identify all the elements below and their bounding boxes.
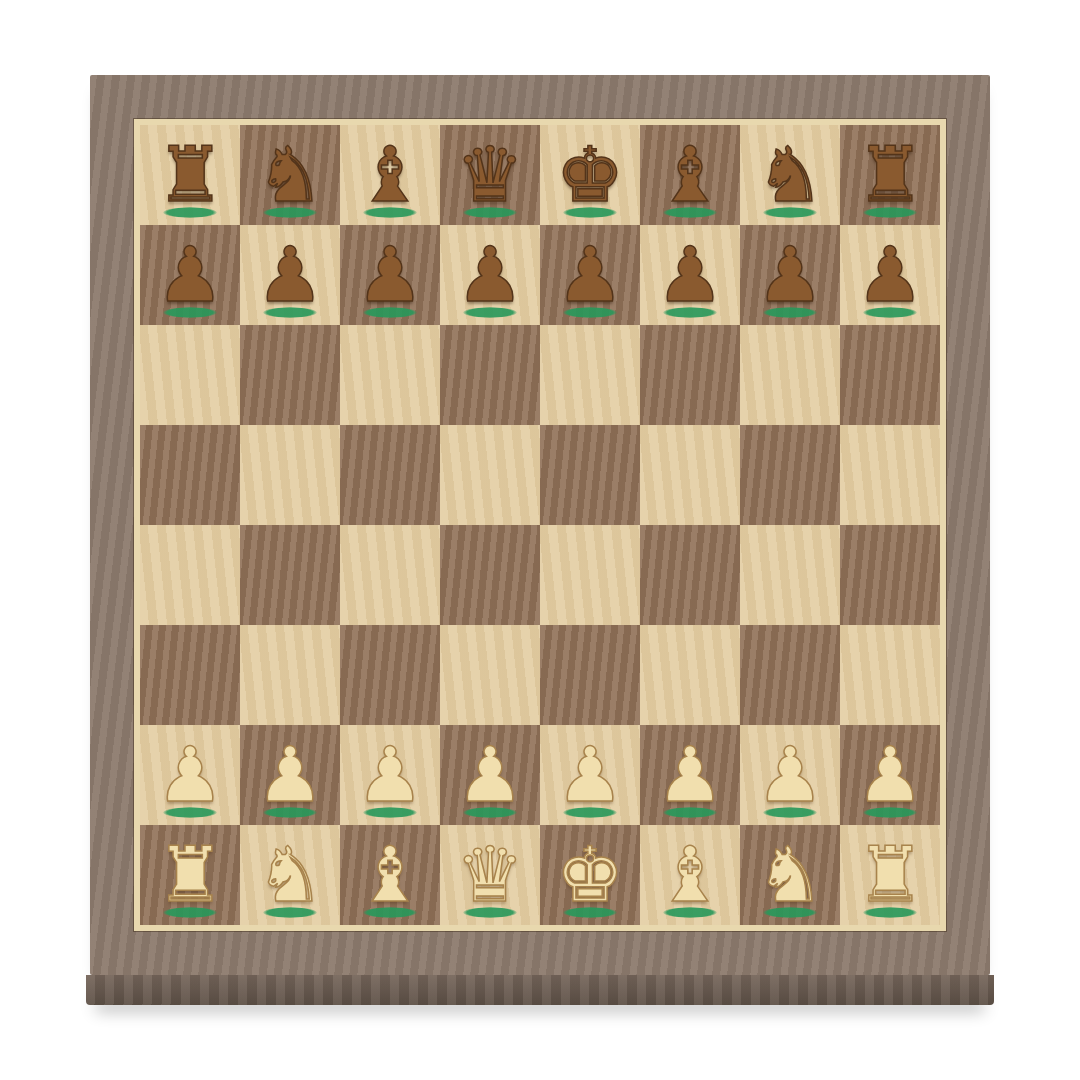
square-g7: ♟ — [740, 225, 840, 325]
square-b7: ♟ — [240, 225, 340, 325]
square-e7: ♟ — [540, 225, 640, 325]
square-a2: ♟ — [140, 725, 240, 825]
square-e6 — [540, 325, 640, 425]
square-c2: ♟ — [340, 725, 440, 825]
square-g5 — [740, 425, 840, 525]
square-b4 — [240, 525, 340, 625]
black-rook-icon: ♜ — [140, 125, 240, 225]
piece-glyph: ♟ — [856, 237, 924, 313]
square-c8: ♝ — [340, 125, 440, 225]
piece-glyph: ♞ — [756, 137, 824, 213]
board-inlay-border: ♜♞♝♛♚♝♞♜♟♟♟♟♟♟♟♟♟♟♟♟♟♟♟♟♜♞♝♛♚♝♞♜ — [134, 119, 946, 931]
square-a7: ♟ — [140, 225, 240, 325]
chess-board: ♜♞♝♛♚♝♞♜♟♟♟♟♟♟♟♟♟♟♟♟♟♟♟♟♜♞♝♛♚♝♞♜ — [140, 125, 940, 925]
white-pawn-icon: ♟ — [540, 725, 640, 825]
piece-glyph: ♜ — [156, 837, 224, 913]
piece-glyph: ♝ — [656, 837, 724, 913]
square-f7: ♟ — [640, 225, 740, 325]
black-pawn-icon: ♟ — [340, 225, 440, 325]
white-pawn-icon: ♟ — [640, 725, 740, 825]
square-g8: ♞ — [740, 125, 840, 225]
square-d8: ♛ — [440, 125, 540, 225]
square-g2: ♟ — [740, 725, 840, 825]
square-g4 — [740, 525, 840, 625]
square-a8: ♜ — [140, 125, 240, 225]
square-f8: ♝ — [640, 125, 740, 225]
black-pawn-icon: ♟ — [740, 225, 840, 325]
piece-glyph: ♟ — [656, 737, 724, 813]
white-pawn-icon: ♟ — [740, 725, 840, 825]
piece-glyph: ♟ — [756, 737, 824, 813]
square-f3 — [640, 625, 740, 725]
piece-glyph: ♞ — [756, 837, 824, 913]
white-pawn-icon: ♟ — [240, 725, 340, 825]
white-bishop-icon: ♝ — [640, 825, 740, 925]
square-c7: ♟ — [340, 225, 440, 325]
black-pawn-icon: ♟ — [440, 225, 540, 325]
piece-glyph: ♚ — [556, 137, 624, 213]
square-h2: ♟ — [840, 725, 940, 825]
square-h3 — [840, 625, 940, 725]
piece-glyph: ♟ — [656, 237, 724, 313]
piece-glyph: ♟ — [556, 237, 624, 313]
white-rook-icon: ♜ — [140, 825, 240, 925]
square-d1: ♛ — [440, 825, 540, 925]
square-f2: ♟ — [640, 725, 740, 825]
piece-glyph: ♜ — [856, 137, 924, 213]
square-b1: ♞ — [240, 825, 340, 925]
piece-glyph: ♟ — [456, 737, 524, 813]
black-queen-icon: ♛ — [440, 125, 540, 225]
square-h7: ♟ — [840, 225, 940, 325]
piece-glyph: ♟ — [356, 237, 424, 313]
square-a3 — [140, 625, 240, 725]
black-bishop-icon: ♝ — [640, 125, 740, 225]
square-f4 — [640, 525, 740, 625]
black-knight-icon: ♞ — [240, 125, 340, 225]
square-e1: ♚ — [540, 825, 640, 925]
square-g6 — [740, 325, 840, 425]
square-a1: ♜ — [140, 825, 240, 925]
square-f5 — [640, 425, 740, 525]
white-king-icon: ♚ — [540, 825, 640, 925]
square-d3 — [440, 625, 540, 725]
piece-glyph: ♝ — [356, 837, 424, 913]
square-d2: ♟ — [440, 725, 540, 825]
square-d7: ♟ — [440, 225, 540, 325]
white-rook-icon: ♜ — [840, 825, 940, 925]
piece-glyph: ♟ — [756, 237, 824, 313]
square-e5 — [540, 425, 640, 525]
white-pawn-icon: ♟ — [440, 725, 540, 825]
square-d5 — [440, 425, 540, 525]
square-c6 — [340, 325, 440, 425]
square-b5 — [240, 425, 340, 525]
piece-glyph: ♟ — [156, 737, 224, 813]
square-h8: ♜ — [840, 125, 940, 225]
square-e4 — [540, 525, 640, 625]
piece-glyph: ♜ — [856, 837, 924, 913]
square-b2: ♟ — [240, 725, 340, 825]
white-pawn-icon: ♟ — [340, 725, 440, 825]
piece-glyph: ♛ — [456, 837, 524, 913]
square-b8: ♞ — [240, 125, 340, 225]
white-pawn-icon: ♟ — [840, 725, 940, 825]
black-pawn-icon: ♟ — [840, 225, 940, 325]
piece-glyph: ♟ — [256, 737, 324, 813]
square-g3 — [740, 625, 840, 725]
black-rook-icon: ♜ — [840, 125, 940, 225]
square-h4 — [840, 525, 940, 625]
piece-glyph: ♝ — [656, 137, 724, 213]
white-pawn-icon: ♟ — [140, 725, 240, 825]
square-a6 — [140, 325, 240, 425]
piece-glyph: ♟ — [856, 737, 924, 813]
black-bishop-icon: ♝ — [340, 125, 440, 225]
square-c3 — [340, 625, 440, 725]
square-c1: ♝ — [340, 825, 440, 925]
piece-glyph: ♞ — [256, 837, 324, 913]
piece-glyph: ♝ — [356, 137, 424, 213]
chess-set-photo: ♜♞♝♛♚♝♞♜♟♟♟♟♟♟♟♟♟♟♟♟♟♟♟♟♜♞♝♛♚♝♞♜ — [86, 75, 994, 1005]
square-a4 — [140, 525, 240, 625]
piece-glyph: ♚ — [556, 837, 624, 913]
piece-glyph: ♟ — [156, 237, 224, 313]
square-c5 — [340, 425, 440, 525]
square-h5 — [840, 425, 940, 525]
black-pawn-icon: ♟ — [640, 225, 740, 325]
board-frame: ♜♞♝♛♚♝♞♜♟♟♟♟♟♟♟♟♟♟♟♟♟♟♟♟♜♞♝♛♚♝♞♜ — [90, 75, 990, 975]
white-queen-icon: ♛ — [440, 825, 540, 925]
square-g1: ♞ — [740, 825, 840, 925]
piece-glyph: ♞ — [256, 137, 324, 213]
black-king-icon: ♚ — [540, 125, 640, 225]
square-e8: ♚ — [540, 125, 640, 225]
black-pawn-icon: ♟ — [540, 225, 640, 325]
piece-glyph: ♟ — [556, 737, 624, 813]
piece-glyph: ♟ — [256, 237, 324, 313]
black-pawn-icon: ♟ — [140, 225, 240, 325]
square-f6 — [640, 325, 740, 425]
black-pawn-icon: ♟ — [240, 225, 340, 325]
square-d6 — [440, 325, 540, 425]
square-h1: ♜ — [840, 825, 940, 925]
piece-glyph: ♟ — [456, 237, 524, 313]
square-d4 — [440, 525, 540, 625]
square-b3 — [240, 625, 340, 725]
black-knight-icon: ♞ — [740, 125, 840, 225]
piece-glyph: ♛ — [456, 137, 524, 213]
piece-glyph: ♜ — [156, 137, 224, 213]
square-a5 — [140, 425, 240, 525]
square-e3 — [540, 625, 640, 725]
white-bishop-icon: ♝ — [340, 825, 440, 925]
square-c4 — [340, 525, 440, 625]
square-f1: ♝ — [640, 825, 740, 925]
board-side-edge — [86, 975, 994, 1005]
white-knight-icon: ♞ — [740, 825, 840, 925]
square-h6 — [840, 325, 940, 425]
square-b6 — [240, 325, 340, 425]
white-knight-icon: ♞ — [240, 825, 340, 925]
piece-glyph: ♟ — [356, 737, 424, 813]
square-e2: ♟ — [540, 725, 640, 825]
